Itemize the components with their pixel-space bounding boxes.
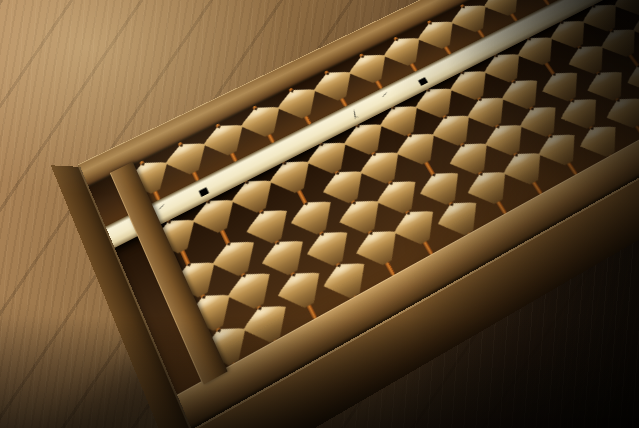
beam-kanji-icon — [341, 105, 363, 125]
beam-kanji-icon — [305, 123, 327, 143]
beam-kanji-icon — [192, 180, 214, 202]
beam-kanji-icon — [268, 142, 290, 163]
photo-scene — [0, 0, 639, 428]
beam-kanji-icon — [377, 88, 398, 108]
beam-kanji-icon — [230, 160, 252, 181]
beam-kanji-icon — [411, 70, 432, 89]
